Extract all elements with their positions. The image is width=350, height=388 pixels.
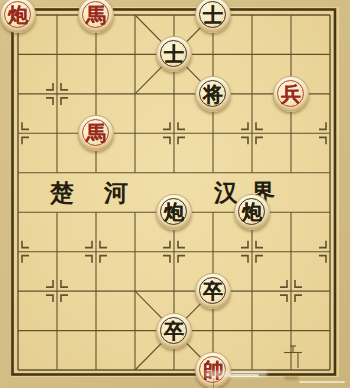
piece-character: 士 [157, 37, 191, 71]
piece-character: 卒 [157, 314, 191, 348]
xiangqi-board[interactable]: 楚河 汉界 炮馬士士将兵馬炮炮卒卒帥 [0, 0, 350, 388]
piece-character: 炮 [157, 195, 191, 229]
piece-black-cannon[interactable]: 炮 [156, 194, 192, 230]
piece-character: 将 [196, 77, 230, 111]
piece-character: 馬 [79, 0, 113, 32]
piece-black-advisor[interactable]: 士 [195, 0, 231, 33]
piece-character: 帥 [196, 353, 230, 387]
pieces-layer: 炮馬士士将兵馬炮炮卒卒帥 [0, 0, 350, 388]
piece-black-advisor[interactable]: 士 [156, 36, 192, 72]
piece-red-horse[interactable]: 馬 [78, 115, 114, 151]
piece-red-cannon[interactable]: 炮 [0, 0, 36, 33]
piece-character: 炮 [235, 195, 269, 229]
piece-black-soldier[interactable]: 卒 [195, 273, 231, 309]
piece-red-soldier[interactable]: 兵 [273, 76, 309, 112]
piece-character: 炮 [1, 0, 35, 32]
piece-character: 馬 [79, 116, 113, 150]
piece-red-horse[interactable]: 馬 [78, 0, 114, 33]
piece-red-general[interactable]: 帥 [195, 352, 231, 388]
piece-black-general[interactable]: 将 [195, 76, 231, 112]
piece-character: 士 [196, 0, 230, 32]
piece-black-cannon[interactable]: 炮 [234, 194, 270, 230]
piece-black-soldier[interactable]: 卒 [156, 313, 192, 349]
piece-character: 兵 [274, 77, 308, 111]
piece-character: 卒 [196, 274, 230, 308]
